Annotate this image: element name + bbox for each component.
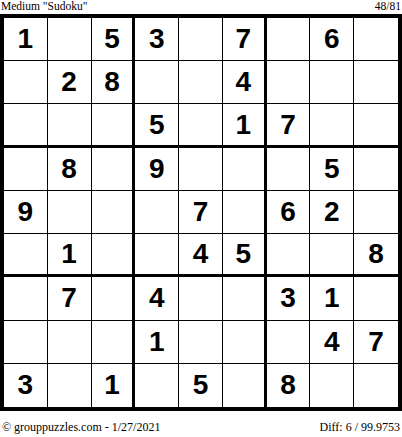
sudoku-board: 153762845178959762145874311473158 <box>0 14 402 411</box>
cell-r9c7[interactable]: 8 <box>267 364 311 407</box>
cell-r7c8[interactable]: 1 <box>310 277 354 320</box>
cell-r3c6[interactable]: 1 <box>223 104 267 147</box>
cell-r2c5[interactable] <box>179 61 223 104</box>
cell-r8c4[interactable]: 1 <box>135 321 179 364</box>
cell-r8c3[interactable] <box>92 321 136 364</box>
cell-r8c2[interactable] <box>48 321 92 364</box>
cell-r7c2[interactable]: 7 <box>48 277 92 320</box>
cell-r6c4[interactable] <box>135 234 179 277</box>
cell-r3c4[interactable]: 5 <box>135 104 179 147</box>
cell-r7c9[interactable] <box>354 277 398 320</box>
cell-r1c3[interactable]: 5 <box>92 18 136 61</box>
cell-r5c6[interactable] <box>223 191 267 234</box>
cell-r3c9[interactable] <box>354 104 398 147</box>
cell-r4c5[interactable] <box>179 148 223 191</box>
cell-r1c1[interactable]: 1 <box>4 18 48 61</box>
cell-r7c7[interactable]: 3 <box>267 277 311 320</box>
header: Medium "Sudoku" 48/81 <box>0 0 402 14</box>
cell-r4c8[interactable]: 5 <box>310 148 354 191</box>
cell-r7c3[interactable] <box>92 277 136 320</box>
cell-r6c7[interactable] <box>267 234 311 277</box>
cell-r2c3[interactable]: 8 <box>92 61 136 104</box>
difficulty-text: Diff: 6 / 99.9753 <box>320 420 400 434</box>
cell-r8c6[interactable] <box>223 321 267 364</box>
cell-r6c1[interactable] <box>4 234 48 277</box>
cell-r8c8[interactable]: 4 <box>310 321 354 364</box>
cell-r7c6[interactable] <box>223 277 267 320</box>
cell-r3c8[interactable] <box>310 104 354 147</box>
cell-r1c5[interactable] <box>179 18 223 61</box>
cell-r3c3[interactable] <box>92 104 136 147</box>
cell-r9c3[interactable]: 1 <box>92 364 136 407</box>
cell-r6c5[interactable]: 4 <box>179 234 223 277</box>
cell-r4c7[interactable] <box>267 148 311 191</box>
cell-r2c9[interactable] <box>354 61 398 104</box>
copyright-text: © grouppuzzles.com - 1/27/2021 <box>2 420 160 434</box>
cell-r5c9[interactable] <box>354 191 398 234</box>
cell-r4c1[interactable] <box>4 148 48 191</box>
cell-r3c2[interactable] <box>48 104 92 147</box>
footer: © grouppuzzles.com - 1/27/2021 Diff: 6 /… <box>0 420 402 434</box>
cell-r9c9[interactable] <box>354 364 398 407</box>
cell-r9c5[interactable]: 5 <box>179 364 223 407</box>
cell-r9c2[interactable] <box>48 364 92 407</box>
cell-r7c5[interactable] <box>179 277 223 320</box>
cell-r7c4[interactable]: 4 <box>135 277 179 320</box>
cell-r2c8[interactable] <box>310 61 354 104</box>
cell-r1c6[interactable]: 7 <box>223 18 267 61</box>
cell-r2c1[interactable] <box>4 61 48 104</box>
cell-r6c9[interactable]: 8 <box>354 234 398 277</box>
cell-r8c1[interactable] <box>4 321 48 364</box>
cell-r5c7[interactable]: 6 <box>267 191 311 234</box>
cell-r2c4[interactable] <box>135 61 179 104</box>
cell-r3c5[interactable] <box>179 104 223 147</box>
cell-r9c1[interactable]: 3 <box>4 364 48 407</box>
puzzle-title: Medium "Sudoku" <box>1 0 87 13</box>
cell-r6c3[interactable] <box>92 234 136 277</box>
cell-r8c5[interactable] <box>179 321 223 364</box>
cells-remaining-counter: 48/81 <box>375 0 401 13</box>
cell-r9c8[interactable] <box>310 364 354 407</box>
cell-r3c7[interactable]: 7 <box>267 104 311 147</box>
sudoku-page: Medium "Sudoku" 48/81 153762845178959762… <box>0 0 402 437</box>
cell-r5c8[interactable]: 2 <box>310 191 354 234</box>
cell-r1c8[interactable]: 6 <box>310 18 354 61</box>
cell-r2c7[interactable] <box>267 61 311 104</box>
cell-r1c9[interactable] <box>354 18 398 61</box>
cell-r2c6[interactable]: 4 <box>223 61 267 104</box>
cell-r8c9[interactable]: 7 <box>354 321 398 364</box>
cell-r3c1[interactable] <box>4 104 48 147</box>
cell-r7c1[interactable] <box>4 277 48 320</box>
cell-r4c2[interactable]: 8 <box>48 148 92 191</box>
cell-r2c2[interactable]: 2 <box>48 61 92 104</box>
cell-r6c6[interactable]: 5 <box>223 234 267 277</box>
cell-r1c2[interactable] <box>48 18 92 61</box>
cell-r8c7[interactable] <box>267 321 311 364</box>
cell-r1c7[interactable] <box>267 18 311 61</box>
cell-r6c2[interactable]: 1 <box>48 234 92 277</box>
cell-r4c4[interactable]: 9 <box>135 148 179 191</box>
cell-r4c6[interactable] <box>223 148 267 191</box>
cell-r4c9[interactable] <box>354 148 398 191</box>
cell-r5c3[interactable] <box>92 191 136 234</box>
cell-r5c1[interactable]: 9 <box>4 191 48 234</box>
cell-r5c2[interactable] <box>48 191 92 234</box>
cell-r5c4[interactable] <box>135 191 179 234</box>
cell-r1c4[interactable]: 3 <box>135 18 179 61</box>
cell-r5c5[interactable]: 7 <box>179 191 223 234</box>
cell-r4c3[interactable] <box>92 148 136 191</box>
cell-r9c6[interactable] <box>223 364 267 407</box>
cell-r6c8[interactable] <box>310 234 354 277</box>
cell-r9c4[interactable] <box>135 364 179 407</box>
